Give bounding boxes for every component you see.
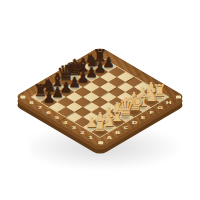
diamond-inlay	[98, 50, 103, 53]
rank-label-8: 8	[26, 99, 36, 105]
diamond-inlay	[98, 141, 103, 144]
chess-set-photo: ABCDEFGH12345678 ♜♞♟♝♟♚♟♛♟♝♟♞♟♟♜♟♟♜♟♟♞♟♝…	[0, 0, 200, 200]
diamond-inlay	[175, 96, 180, 99]
file-label-h: H	[163, 99, 175, 105]
diamond-inlay	[20, 96, 25, 99]
